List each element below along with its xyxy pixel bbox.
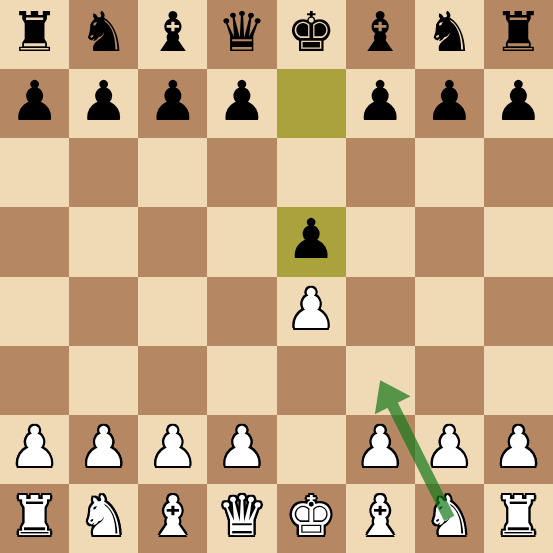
square-h4[interactable]: [484, 277, 553, 346]
white-pawn[interactable]: ♟: [356, 420, 405, 475]
square-b5[interactable]: [69, 207, 138, 276]
square-h7[interactable]: ♟: [484, 69, 553, 138]
square-d3[interactable]: [207, 346, 276, 415]
square-a5[interactable]: [0, 207, 69, 276]
black-pawn[interactable]: ♟: [148, 74, 197, 129]
white-knight[interactable]: ♞: [79, 489, 128, 544]
square-f8[interactable]: ♝: [346, 0, 415, 69]
square-d7[interactable]: ♟: [207, 69, 276, 138]
black-bishop[interactable]: ♝: [356, 5, 405, 60]
black-knight[interactable]: ♞: [79, 5, 128, 60]
square-c2[interactable]: ♟: [138, 415, 207, 484]
square-d6[interactable]: [207, 138, 276, 207]
white-pawn[interactable]: ♟: [494, 420, 543, 475]
square-c1[interactable]: ♝: [138, 484, 207, 553]
white-king[interactable]: ♚: [286, 489, 335, 544]
square-c4[interactable]: [138, 277, 207, 346]
white-pawn[interactable]: ♟: [148, 420, 197, 475]
square-h8[interactable]: ♜: [484, 0, 553, 69]
black-pawn[interactable]: ♟: [494, 74, 543, 129]
square-b2[interactable]: ♟: [69, 415, 138, 484]
square-f5[interactable]: [346, 207, 415, 276]
square-b7[interactable]: ♟: [69, 69, 138, 138]
square-g8[interactable]: ♞: [415, 0, 484, 69]
square-g3[interactable]: [415, 346, 484, 415]
square-c3[interactable]: [138, 346, 207, 415]
chess-board[interactable]: ♜♞♝♛♚♝♞♜♟♟♟♟♟♟♟♟♟♟♟♟♟♟♟♟♜♞♝♛♚♝♞♜: [0, 0, 553, 553]
white-bishop[interactable]: ♝: [148, 489, 197, 544]
square-g2[interactable]: ♟: [415, 415, 484, 484]
square-b8[interactable]: ♞: [69, 0, 138, 69]
black-pawn[interactable]: ♟: [425, 74, 474, 129]
square-g7[interactable]: ♟: [415, 69, 484, 138]
square-g5[interactable]: [415, 207, 484, 276]
square-b1[interactable]: ♞: [69, 484, 138, 553]
square-d8[interactable]: ♛: [207, 0, 276, 69]
square-b3[interactable]: [69, 346, 138, 415]
square-g4[interactable]: [415, 277, 484, 346]
black-pawn[interactable]: ♟: [10, 74, 59, 129]
square-a3[interactable]: [0, 346, 69, 415]
square-e4[interactable]: ♟: [277, 277, 346, 346]
white-pawn[interactable]: ♟: [10, 420, 59, 475]
square-g1[interactable]: ♞: [415, 484, 484, 553]
square-d5[interactable]: [207, 207, 276, 276]
square-f3[interactable]: [346, 346, 415, 415]
black-queen[interactable]: ♛: [217, 5, 266, 60]
white-rook[interactable]: ♜: [494, 489, 543, 544]
square-g6[interactable]: [415, 138, 484, 207]
square-e2[interactable]: [277, 415, 346, 484]
square-a4[interactable]: [0, 277, 69, 346]
square-e8[interactable]: ♚: [277, 0, 346, 69]
white-knight[interactable]: ♞: [425, 489, 474, 544]
square-f7[interactable]: ♟: [346, 69, 415, 138]
square-c6[interactable]: [138, 138, 207, 207]
white-pawn[interactable]: ♟: [217, 420, 266, 475]
square-c7[interactable]: ♟: [138, 69, 207, 138]
square-a2[interactable]: ♟: [0, 415, 69, 484]
square-e1[interactable]: ♚: [277, 484, 346, 553]
white-queen[interactable]: ♛: [217, 489, 266, 544]
square-a7[interactable]: ♟: [0, 69, 69, 138]
black-pawn[interactable]: ♟: [286, 212, 335, 267]
square-b6[interactable]: [69, 138, 138, 207]
square-h1[interactable]: ♜: [484, 484, 553, 553]
square-f2[interactable]: ♟: [346, 415, 415, 484]
square-d4[interactable]: [207, 277, 276, 346]
square-e5[interactable]: ♟: [277, 207, 346, 276]
square-f1[interactable]: ♝: [346, 484, 415, 553]
black-rook[interactable]: ♜: [10, 5, 59, 60]
square-e6[interactable]: [277, 138, 346, 207]
black-pawn[interactable]: ♟: [79, 74, 128, 129]
white-rook[interactable]: ♜: [10, 489, 59, 544]
white-bishop[interactable]: ♝: [356, 489, 405, 544]
square-b4[interactable]: [69, 277, 138, 346]
square-a6[interactable]: [0, 138, 69, 207]
black-pawn[interactable]: ♟: [356, 74, 405, 129]
square-h5[interactable]: [484, 207, 553, 276]
black-knight[interactable]: ♞: [425, 5, 474, 60]
square-a8[interactable]: ♜: [0, 0, 69, 69]
black-bishop[interactable]: ♝: [148, 5, 197, 60]
square-a1[interactable]: ♜: [0, 484, 69, 553]
white-pawn[interactable]: ♟: [79, 420, 128, 475]
square-e3[interactable]: [277, 346, 346, 415]
black-pawn[interactable]: ♟: [217, 74, 266, 129]
square-f6[interactable]: [346, 138, 415, 207]
square-h2[interactable]: ♟: [484, 415, 553, 484]
square-c5[interactable]: [138, 207, 207, 276]
square-h6[interactable]: [484, 138, 553, 207]
chess-board-container: ♜♞♝♛♚♝♞♜♟♟♟♟♟♟♟♟♟♟♟♟♟♟♟♟♜♞♝♛♚♝♞♜: [0, 0, 553, 553]
white-pawn[interactable]: ♟: [425, 420, 474, 475]
square-c8[interactable]: ♝: [138, 0, 207, 69]
white-pawn[interactable]: ♟: [286, 282, 335, 337]
square-d2[interactable]: ♟: [207, 415, 276, 484]
square-f4[interactable]: [346, 277, 415, 346]
square-e7[interactable]: [277, 69, 346, 138]
black-king[interactable]: ♚: [286, 5, 335, 60]
square-h3[interactable]: [484, 346, 553, 415]
square-d1[interactable]: ♛: [207, 484, 276, 553]
black-rook[interactable]: ♜: [494, 5, 543, 60]
